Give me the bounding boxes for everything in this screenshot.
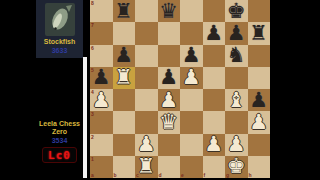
square-b5[interactable]: ♜ — [113, 67, 136, 89]
stockfish-fish-icon — [45, 3, 75, 36]
square-a7[interactable]: 7 — [90, 22, 113, 44]
square-f7[interactable]: ♟ — [203, 22, 226, 44]
file-label-f: f — [204, 173, 206, 178]
piece-white-pawn-a4[interactable]: ♟ — [92, 90, 111, 111]
square-a4[interactable]: 4♟ — [90, 89, 113, 111]
square-e6[interactable]: ♟ — [180, 45, 203, 67]
square-e5[interactable]: ♟ — [180, 67, 203, 89]
piece-black-pawn-g7[interactable]: ♟ — [227, 23, 246, 44]
eval-bar — [83, 0, 87, 178]
piece-black-pawn-f7[interactable]: ♟ — [204, 23, 223, 44]
square-c1[interactable]: c♜ — [135, 156, 158, 178]
square-g2[interactable]: ♟ — [225, 134, 248, 156]
piece-black-knight-g6[interactable]: ♞ — [227, 45, 246, 66]
square-h3[interactable]: ♟ — [248, 111, 271, 133]
chess-board: 8♜♛♚7♟♟♜6♟♟♞5♟♜♟♟4♟♟♝♟3♛♟2♟♟♟1abc♜defg♚h — [90, 0, 270, 178]
file-label-c: c — [136, 173, 139, 178]
square-d4[interactable]: ♟ — [158, 89, 181, 111]
square-d5[interactable]: ♟ — [158, 67, 181, 89]
piece-white-rook-c1[interactable]: ♜ — [137, 156, 156, 177]
square-h7[interactable]: ♜ — [248, 22, 271, 44]
player-rating-top: 3633 — [52, 47, 68, 55]
rank-label-3: 3 — [91, 111, 94, 117]
square-f6[interactable] — [203, 45, 226, 67]
piece-white-king-g1[interactable]: ♚ — [227, 156, 246, 177]
file-label-a: a — [91, 173, 94, 178]
square-e7[interactable] — [180, 22, 203, 44]
square-f1[interactable]: f — [203, 156, 226, 178]
square-d1[interactable]: d — [158, 156, 181, 178]
square-g8[interactable]: ♚ — [225, 0, 248, 22]
square-f5[interactable] — [203, 67, 226, 89]
file-label-g: g — [226, 173, 229, 178]
piece-white-pawn-e5[interactable]: ♟ — [182, 67, 201, 88]
square-c5[interactable] — [135, 67, 158, 89]
piece-white-pawn-g2[interactable]: ♟ — [227, 134, 246, 155]
square-e3[interactable] — [180, 111, 203, 133]
lc0-logo: Lc0 — [42, 147, 77, 163]
square-c4[interactable] — [135, 89, 158, 111]
square-g4[interactable]: ♝ — [225, 89, 248, 111]
square-d8[interactable]: ♛ — [158, 0, 181, 22]
eval-bar-white-section — [83, 57, 87, 178]
square-b3[interactable] — [113, 111, 136, 133]
player-name-bottom: Leela Chess Zero — [36, 120, 83, 136]
square-b2[interactable] — [113, 134, 136, 156]
square-b8[interactable]: ♜ — [113, 0, 136, 22]
piece-white-pawn-c2[interactable]: ♟ — [137, 134, 156, 155]
square-d7[interactable] — [158, 22, 181, 44]
square-f8[interactable] — [203, 0, 226, 22]
square-a2[interactable]: 2 — [90, 134, 113, 156]
file-label-b: b — [114, 173, 117, 178]
piece-black-pawn-h4[interactable]: ♟ — [249, 90, 268, 111]
square-h6[interactable] — [248, 45, 271, 67]
piece-black-queen-d8[interactable]: ♛ — [159, 1, 178, 22]
piece-black-pawn-d5[interactable]: ♟ — [159, 67, 178, 88]
piece-white-pawn-h3[interactable]: ♟ — [249, 112, 268, 133]
rank-label-1: 1 — [91, 156, 94, 162]
square-g7[interactable]: ♟ — [225, 22, 248, 44]
square-c2[interactable]: ♟ — [135, 134, 158, 156]
square-h8[interactable] — [248, 0, 271, 22]
square-d6[interactable] — [158, 45, 181, 67]
file-label-h: h — [249, 173, 252, 178]
piece-black-pawn-e6[interactable]: ♟ — [182, 45, 201, 66]
square-b7[interactable] — [113, 22, 136, 44]
piece-white-pawn-f2[interactable]: ♟ — [204, 134, 223, 155]
player-card-stockfish: Stockfish 3633 — [36, 0, 83, 58]
square-d3[interactable]: ♛ — [158, 111, 181, 133]
square-e4[interactable] — [180, 89, 203, 111]
square-h5[interactable] — [248, 67, 271, 89]
square-h1[interactable]: h — [248, 156, 271, 178]
square-b4[interactable] — [113, 89, 136, 111]
square-a3[interactable]: 3 — [90, 111, 113, 133]
piece-white-queen-d3[interactable]: ♛ — [159, 112, 178, 133]
player-name-top: Stockfish — [44, 38, 76, 46]
piece-black-pawn-a5[interactable]: ♟ — [92, 67, 111, 88]
square-h2[interactable] — [248, 134, 271, 156]
square-h4[interactable]: ♟ — [248, 89, 271, 111]
piece-black-rook-b8[interactable]: ♜ — [114, 1, 133, 22]
square-a8[interactable]: 8 — [90, 0, 113, 22]
square-a6[interactable]: 6 — [90, 45, 113, 67]
rank-label-8: 8 — [91, 0, 94, 6]
rank-label-2: 2 — [91, 134, 94, 140]
square-g5[interactable] — [225, 67, 248, 89]
square-c3[interactable] — [135, 111, 158, 133]
piece-white-bishop-g4[interactable]: ♝ — [227, 90, 246, 111]
square-a5[interactable]: 5♟ — [90, 67, 113, 89]
square-b6[interactable]: ♟ — [113, 45, 136, 67]
piece-white-pawn-d4[interactable]: ♟ — [159, 90, 178, 111]
file-label-e: e — [181, 173, 184, 178]
square-e1[interactable]: e — [180, 156, 203, 178]
rank-label-6: 6 — [91, 45, 94, 51]
square-c7[interactable] — [135, 22, 158, 44]
piece-black-pawn-b6[interactable]: ♟ — [114, 45, 133, 66]
square-a1[interactable]: 1a — [90, 156, 113, 178]
piece-black-king-g8[interactable]: ♚ — [227, 1, 246, 22]
piece-black-rook-h7[interactable]: ♜ — [249, 23, 268, 44]
square-f4[interactable] — [203, 89, 226, 111]
rank-label-7: 7 — [91, 22, 94, 28]
piece-white-rook-b5[interactable]: ♜ — [114, 67, 133, 88]
square-c6[interactable] — [135, 45, 158, 67]
file-label-d: d — [159, 173, 162, 178]
square-b1[interactable]: b — [113, 156, 136, 178]
square-f3[interactable] — [203, 111, 226, 133]
square-g1[interactable]: g♚ — [225, 156, 248, 178]
square-e2[interactable] — [180, 134, 203, 156]
player-rating-bottom: 3534 — [52, 137, 68, 145]
rank-label-4: 4 — [91, 89, 94, 95]
square-e8[interactable] — [180, 0, 203, 22]
app-window: Stockfish 3633 Leela Chess Zero 3534 Lc0… — [0, 0, 320, 180]
square-g3[interactable] — [225, 111, 248, 133]
square-d2[interactable] — [158, 134, 181, 156]
square-f2[interactable]: ♟ — [203, 134, 226, 156]
square-c8[interactable] — [135, 0, 158, 22]
square-g6[interactable]: ♞ — [225, 45, 248, 67]
player-card-lc0: Leela Chess Zero 3534 Lc0 — [36, 118, 83, 180]
rank-label-5: 5 — [91, 67, 94, 73]
